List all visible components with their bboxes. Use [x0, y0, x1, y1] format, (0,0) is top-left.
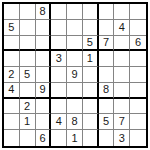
sudoku-cell-r2c1[interactable]: 5: [4, 20, 20, 36]
sudoku-cell-r9c2[interactable]: [20, 130, 36, 146]
sudoku-cell-r7c1[interactable]: [4, 99, 20, 115]
sudoku-cell-r3c1[interactable]: [4, 36, 20, 52]
sudoku-cell-r4c5[interactable]: [67, 51, 83, 67]
sudoku-cell-r3c8[interactable]: [114, 36, 130, 52]
sudoku-cell-r2c6[interactable]: [83, 20, 99, 36]
sudoku-cell-r5c5[interactable]: 9: [67, 67, 83, 83]
sudoku-cell-r6c2[interactable]: [20, 83, 36, 99]
sudoku-cell-r9c1[interactable]: [4, 130, 20, 146]
sudoku-cell-r7c8[interactable]: [114, 99, 130, 115]
sudoku-cell-r7c2[interactable]: 2: [20, 99, 36, 115]
sudoku-cell-r3c7[interactable]: 7: [99, 36, 115, 52]
sudoku-cell-r7c9[interactable]: [130, 99, 146, 115]
sudoku-cell-r1c7[interactable]: [99, 4, 115, 20]
sudoku-cell-r9c7[interactable]: [99, 130, 115, 146]
sudoku-cell-r8c4[interactable]: 4: [51, 114, 67, 130]
sudoku-cell-r9c5[interactable]: 1: [67, 130, 83, 146]
sudoku-cell-r7c3[interactable]: [36, 99, 52, 115]
sudoku-cell-r3c5[interactable]: [67, 36, 83, 52]
sudoku-cell-r3c4[interactable]: [51, 36, 67, 52]
sudoku-cell-r9c3[interactable]: 6: [36, 130, 52, 146]
sudoku-cell-r2c4[interactable]: [51, 20, 67, 36]
sudoku-cell-r9c9[interactable]: [130, 130, 146, 146]
sudoku-cell-r8c8[interactable]: 7: [114, 114, 130, 130]
sudoku-cell-r5c4[interactable]: [51, 67, 67, 83]
sudoku-cell-r2c7[interactable]: [99, 20, 115, 36]
sudoku-cell-r6c5[interactable]: [67, 83, 83, 99]
sudoku-cell-r3c3[interactable]: [36, 36, 52, 52]
sudoku-cell-r4c4[interactable]: 3: [51, 51, 67, 67]
sudoku-cell-r4c1[interactable]: [4, 51, 20, 67]
sudoku-cell-r4c6[interactable]: 1: [83, 51, 99, 67]
sudoku-cell-r2c2[interactable]: [20, 20, 36, 36]
sudoku-cell-r1c3[interactable]: 8: [36, 4, 52, 20]
sudoku-cell-r1c6[interactable]: [83, 4, 99, 20]
sudoku-cell-r9c6[interactable]: [83, 130, 99, 146]
sudoku-cell-r2c8[interactable]: 4: [114, 20, 130, 36]
sudoku-cell-r5c9[interactable]: [130, 67, 146, 83]
sudoku-cell-r2c5[interactable]: [67, 20, 83, 36]
sudoku-cell-r2c3[interactable]: [36, 20, 52, 36]
sudoku-cell-r6c6[interactable]: [83, 83, 99, 99]
sudoku-cell-r8c7[interactable]: 5: [99, 114, 115, 130]
sudoku-cell-r7c5[interactable]: [67, 99, 83, 115]
sudoku-cell-r1c4[interactable]: [51, 4, 67, 20]
sudoku-cell-r8c3[interactable]: [36, 114, 52, 130]
sudoku-cell-r6c3[interactable]: 9: [36, 83, 52, 99]
sudoku-cell-r5c3[interactable]: [36, 67, 52, 83]
sudoku-cell-r6c7[interactable]: 8: [99, 83, 115, 99]
sudoku-cell-r6c4[interactable]: [51, 83, 67, 99]
sudoku-cell-r1c5[interactable]: [67, 4, 83, 20]
sudoku-cell-r6c9[interactable]: [130, 83, 146, 99]
sudoku-cell-r8c9[interactable]: [130, 114, 146, 130]
sudoku-cell-r4c7[interactable]: [99, 51, 115, 67]
sudoku-cell-r1c2[interactable]: [20, 4, 36, 20]
sudoku-cell-r5c6[interactable]: [83, 67, 99, 83]
sudoku-cell-r7c7[interactable]: [99, 99, 115, 115]
sudoku-cell-r4c3[interactable]: [36, 51, 52, 67]
sudoku-cell-r1c1[interactable]: [4, 4, 20, 20]
sudoku-cell-r6c1[interactable]: 4: [4, 83, 20, 99]
sudoku-cell-r5c2[interactable]: 5: [20, 67, 36, 83]
sudoku-cell-r8c2[interactable]: 1: [20, 114, 36, 130]
sudoku-cell-r1c8[interactable]: [114, 4, 130, 20]
sudoku-cell-r3c2[interactable]: [20, 36, 36, 52]
sudoku-cell-r5c7[interactable]: [99, 67, 115, 83]
sudoku-cell-r5c1[interactable]: 2: [4, 67, 20, 83]
sudoku-cell-r8c5[interactable]: 8: [67, 114, 83, 130]
sudoku-cell-r8c6[interactable]: [83, 114, 99, 130]
sudoku-cell-r4c2[interactable]: [20, 51, 36, 67]
sudoku-cell-r8c1[interactable]: [4, 114, 20, 130]
sudoku-cell-r3c6[interactable]: 5: [83, 36, 99, 52]
sudoku-cell-r2c9[interactable]: [130, 20, 146, 36]
sudoku-cell-r7c4[interactable]: [51, 99, 67, 115]
sudoku-cell-r3c9[interactable]: 6: [130, 36, 146, 52]
sudoku-cell-r9c8[interactable]: 3: [114, 130, 130, 146]
sudoku-board: 85457631259498214857613: [2, 2, 148, 148]
sudoku-board-wrap: 85457631259498214857613: [2, 2, 148, 148]
sudoku-cell-r9c4[interactable]: [51, 130, 67, 146]
sudoku-cell-r6c8[interactable]: [114, 83, 130, 99]
sudoku-cell-r5c8[interactable]: [114, 67, 130, 83]
sudoku-cell-r7c6[interactable]: [83, 99, 99, 115]
sudoku-cell-r1c9[interactable]: [130, 4, 146, 20]
sudoku-cell-r4c9[interactable]: [130, 51, 146, 67]
sudoku-cell-r4c8[interactable]: [114, 51, 130, 67]
